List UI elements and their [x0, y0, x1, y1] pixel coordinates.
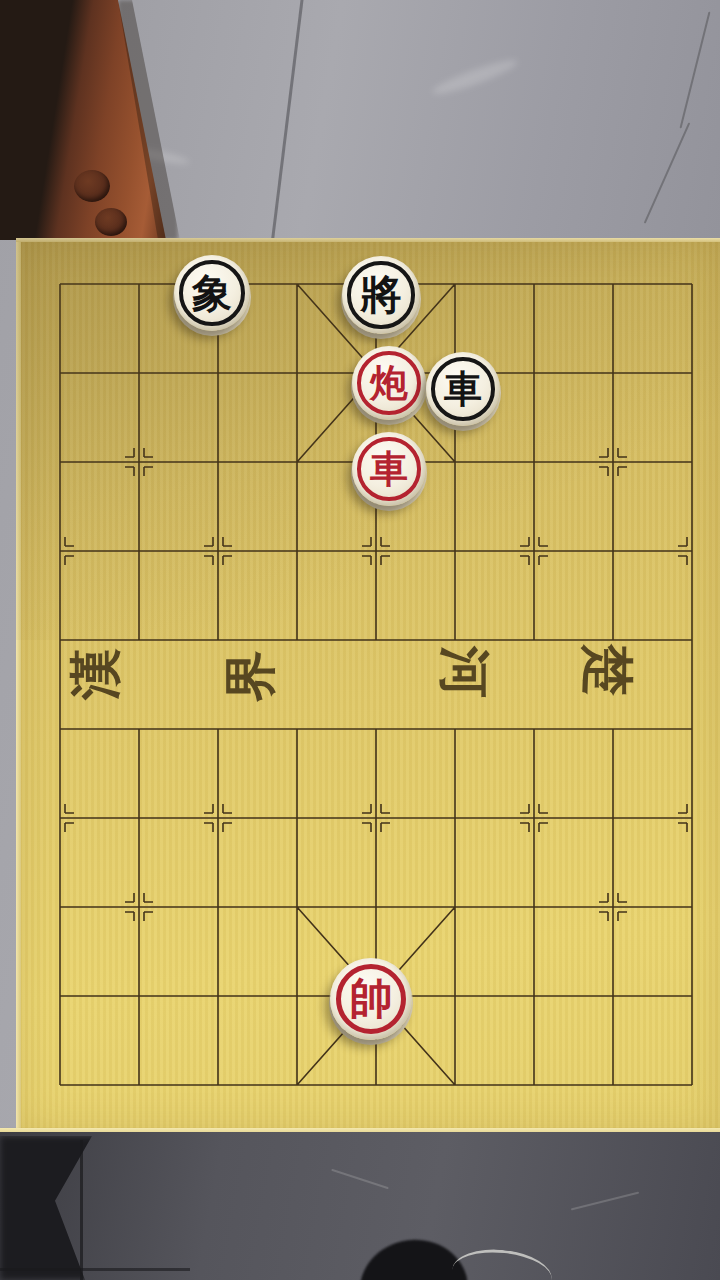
piece-glyph: 車: [426, 352, 500, 426]
tile-grout-line: [0, 1268, 190, 1271]
furniture-dowel: [95, 208, 127, 236]
river-character: 漢: [69, 648, 121, 700]
piece-glyph: 車: [352, 432, 426, 506]
river-character: 河: [439, 646, 491, 698]
river-character: 楚: [582, 644, 634, 696]
piece-black-elephant[interactable]: 象: [174, 255, 250, 331]
piece-red-general[interactable]: 帥: [330, 958, 412, 1040]
river-character: 界: [224, 650, 276, 702]
furniture-dowel: [74, 170, 110, 202]
tile-grout-line: [80, 1140, 83, 1280]
piece-black-chariot[interactable]: 車: [426, 352, 500, 426]
piece-glyph: 帥: [330, 958, 412, 1040]
tile-floor-bottom: [0, 1132, 720, 1280]
piece-black-general[interactable]: 將: [342, 256, 420, 334]
piece-red-cannon[interactable]: 炮: [352, 346, 426, 420]
photo-scene: 漢界河楚 象將炮車車帥: [0, 0, 720, 1280]
piece-glyph: 將: [342, 256, 420, 334]
piece-red-chariot[interactable]: 車: [352, 432, 426, 506]
piece-glyph: 象: [174, 255, 250, 331]
piece-glyph: 炮: [352, 346, 426, 420]
